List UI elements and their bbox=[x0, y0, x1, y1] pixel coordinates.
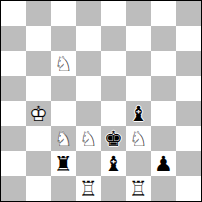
square-a2[interactable] bbox=[1, 151, 26, 176]
square-e1[interactable] bbox=[101, 176, 126, 201]
square-e5[interactable] bbox=[101, 76, 126, 101]
square-a7[interactable] bbox=[1, 26, 26, 51]
square-e2[interactable]: ♝ bbox=[101, 151, 126, 176]
square-f3[interactable]: ♞♘ bbox=[126, 126, 151, 151]
piece-black-rook: ♜ bbox=[51, 151, 76, 176]
piece-white-knight: ♘ bbox=[126, 126, 151, 151]
square-d1[interactable]: ♜♖ bbox=[76, 176, 101, 201]
square-b8[interactable] bbox=[26, 1, 51, 26]
square-h4[interactable] bbox=[176, 101, 201, 126]
square-h5[interactable] bbox=[176, 76, 201, 101]
piece-white-knight: ♘ bbox=[76, 126, 101, 151]
square-g6[interactable] bbox=[151, 51, 176, 76]
piece-white-rook-fill: ♜ bbox=[126, 176, 151, 201]
square-g7[interactable] bbox=[151, 26, 176, 51]
square-d4[interactable] bbox=[76, 101, 101, 126]
piece-black-king: ♚ bbox=[101, 126, 126, 151]
piece-black-bishop: ♝ bbox=[126, 101, 151, 126]
piece-black-bishop: ♝ bbox=[101, 151, 126, 176]
square-e7[interactable] bbox=[101, 26, 126, 51]
piece-white-rook-fill: ♜ bbox=[76, 176, 101, 201]
square-f7[interactable] bbox=[126, 26, 151, 51]
square-e8[interactable] bbox=[101, 1, 126, 26]
square-a8[interactable] bbox=[1, 1, 26, 26]
piece-black-pawn: ♟ bbox=[151, 151, 176, 176]
square-b4[interactable]: ♚♔ bbox=[26, 101, 51, 126]
square-h7[interactable] bbox=[176, 26, 201, 51]
square-f1[interactable]: ♜♖ bbox=[126, 176, 151, 201]
square-b7[interactable] bbox=[26, 26, 51, 51]
square-f8[interactable] bbox=[126, 1, 151, 26]
piece-white-knight-fill: ♞ bbox=[51, 51, 76, 76]
square-g3[interactable] bbox=[151, 126, 176, 151]
piece-white-knight: ♘ bbox=[51, 126, 76, 151]
square-c4[interactable] bbox=[51, 101, 76, 126]
square-d3[interactable]: ♞♘ bbox=[76, 126, 101, 151]
square-f6[interactable] bbox=[126, 51, 151, 76]
square-b1[interactable] bbox=[26, 176, 51, 201]
piece-white-knight-fill: ♞ bbox=[76, 126, 101, 151]
piece-white-king-fill: ♚ bbox=[26, 101, 51, 126]
square-g5[interactable] bbox=[151, 76, 176, 101]
square-c1[interactable] bbox=[51, 176, 76, 201]
square-g8[interactable] bbox=[151, 1, 176, 26]
square-b5[interactable] bbox=[26, 76, 51, 101]
square-h3[interactable] bbox=[176, 126, 201, 151]
square-h8[interactable] bbox=[176, 1, 201, 26]
square-d6[interactable] bbox=[76, 51, 101, 76]
piece-white-rook: ♖ bbox=[126, 176, 151, 201]
square-g2[interactable]: ♟ bbox=[151, 151, 176, 176]
square-b2[interactable] bbox=[26, 151, 51, 176]
square-b6[interactable] bbox=[26, 51, 51, 76]
square-d7[interactable] bbox=[76, 26, 101, 51]
square-h2[interactable] bbox=[176, 151, 201, 176]
square-e4[interactable] bbox=[101, 101, 126, 126]
square-e6[interactable] bbox=[101, 51, 126, 76]
square-f4[interactable]: ♝ bbox=[126, 101, 151, 126]
square-c6[interactable]: ♞♘ bbox=[51, 51, 76, 76]
chess-board: ♞♘♚♔♝♞♘♞♘♚♞♘♜♝♟♜♖♜♖ bbox=[0, 0, 202, 202]
piece-white-king: ♔ bbox=[26, 101, 51, 126]
square-c5[interactable] bbox=[51, 76, 76, 101]
square-h1[interactable] bbox=[176, 176, 201, 201]
square-a3[interactable] bbox=[1, 126, 26, 151]
square-c3[interactable]: ♞♘ bbox=[51, 126, 76, 151]
square-f5[interactable] bbox=[126, 76, 151, 101]
square-a6[interactable] bbox=[1, 51, 26, 76]
square-g4[interactable] bbox=[151, 101, 176, 126]
square-g1[interactable] bbox=[151, 176, 176, 201]
piece-white-rook: ♖ bbox=[76, 176, 101, 201]
square-d2[interactable] bbox=[76, 151, 101, 176]
square-h6[interactable] bbox=[176, 51, 201, 76]
square-c8[interactable] bbox=[51, 1, 76, 26]
square-d5[interactable] bbox=[76, 76, 101, 101]
square-d8[interactable] bbox=[76, 1, 101, 26]
square-b3[interactable] bbox=[26, 126, 51, 151]
square-e3[interactable]: ♚ bbox=[101, 126, 126, 151]
piece-white-knight: ♘ bbox=[51, 51, 76, 76]
square-a5[interactable] bbox=[1, 76, 26, 101]
square-a4[interactable] bbox=[1, 101, 26, 126]
piece-white-knight-fill: ♞ bbox=[51, 126, 76, 151]
square-c2[interactable]: ♜ bbox=[51, 151, 76, 176]
square-c7[interactable] bbox=[51, 26, 76, 51]
piece-white-knight-fill: ♞ bbox=[126, 126, 151, 151]
square-f2[interactable] bbox=[126, 151, 151, 176]
square-a1[interactable] bbox=[1, 176, 26, 201]
